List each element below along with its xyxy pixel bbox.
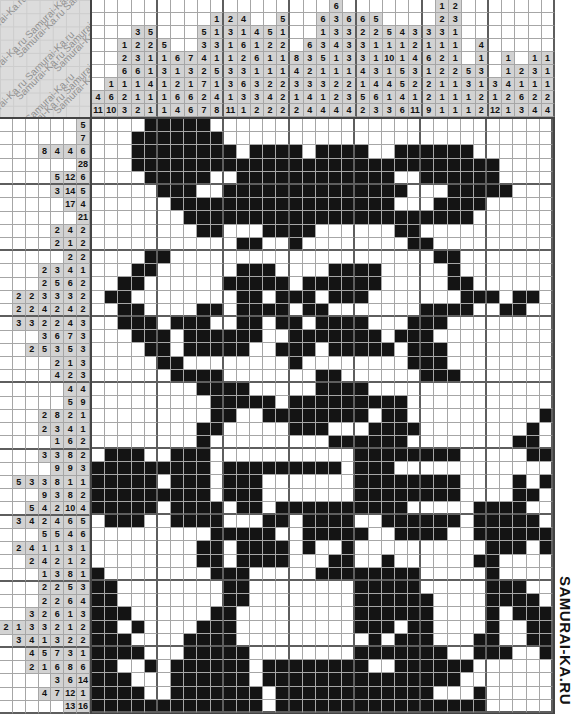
grid-cell-empty[interactable]	[145, 541, 158, 554]
grid-cell-empty[interactable]	[263, 238, 276, 251]
grid-cell-empty[interactable]	[92, 409, 105, 422]
grid-cell-empty[interactable]	[250, 132, 263, 145]
grid-cell-filled[interactable]	[395, 673, 408, 686]
grid-cell-filled[interactable]	[158, 172, 171, 185]
grid-cell-filled[interactable]	[382, 673, 395, 686]
grid-cell-empty[interactable]	[500, 607, 513, 620]
grid-cell-filled[interactable]	[395, 687, 408, 700]
grid-cell-filled[interactable]	[197, 145, 210, 158]
grid-cell-filled[interactable]	[382, 159, 395, 172]
grid-cell-filled[interactable]	[355, 449, 368, 462]
grid-cell-empty[interactable]	[421, 423, 434, 436]
grid-cell-empty[interactable]	[145, 581, 158, 594]
grid-cell-filled[interactable]	[184, 172, 197, 185]
grid-cell-empty[interactable]	[303, 238, 316, 251]
grid-cell-filled[interactable]	[211, 370, 224, 383]
grid-cell-filled[interactable]	[342, 145, 355, 158]
grid-cell-filled[interactable]	[513, 489, 526, 502]
grid-cell-filled[interactable]	[316, 502, 329, 515]
grid-cell-empty[interactable]	[408, 172, 421, 185]
grid-cell-filled[interactable]	[382, 568, 395, 581]
grid-cell-empty[interactable]	[474, 541, 487, 554]
grid-cell-empty[interactable]	[224, 264, 237, 277]
grid-cell-empty[interactable]	[342, 621, 355, 634]
grid-cell-filled[interactable]	[448, 264, 461, 277]
grid-cell-filled[interactable]	[237, 673, 250, 686]
grid-cell-empty[interactable]	[540, 291, 553, 304]
grid-cell-filled[interactable]	[211, 555, 224, 568]
grid-cell-filled[interactable]	[434, 317, 447, 330]
grid-cell-empty[interactable]	[303, 647, 316, 660]
grid-cell-empty[interactable]	[369, 555, 382, 568]
grid-cell-empty[interactable]	[105, 343, 118, 356]
grid-cell-empty[interactable]	[329, 119, 342, 132]
grid-cell-empty[interactable]	[487, 449, 500, 462]
grid-cell-filled[interactable]	[448, 449, 461, 462]
grid-cell-filled[interactable]	[434, 647, 447, 660]
grid-cell-filled[interactable]	[197, 436, 210, 449]
grid-cell-empty[interactable]	[250, 409, 263, 422]
grid-cell-filled[interactable]	[329, 159, 342, 172]
grid-cell-filled[interactable]	[237, 462, 250, 475]
grid-cell-empty[interactable]	[527, 370, 540, 383]
grid-cell-empty[interactable]	[158, 304, 171, 317]
grid-cell-empty[interactable]	[105, 436, 118, 449]
grid-cell-empty[interactable]	[92, 541, 105, 554]
grid-cell-empty[interactable]	[329, 594, 342, 607]
grid-cell-filled[interactable]	[540, 621, 553, 634]
grid-cell-filled[interactable]	[448, 660, 461, 673]
grid-cell-empty[interactable]	[92, 423, 105, 436]
grid-cell-filled[interactable]	[171, 700, 184, 713]
grid-cell-filled[interactable]	[474, 528, 487, 541]
grid-cell-filled[interactable]	[263, 515, 276, 528]
grid-cell-filled[interactable]	[276, 211, 289, 224]
grid-cell-filled[interactable]	[421, 343, 434, 356]
grid-cell-empty[interactable]	[276, 357, 289, 370]
grid-cell-empty[interactable]	[513, 687, 526, 700]
grid-cell-empty[interactable]	[527, 159, 540, 172]
grid-cell-filled[interactable]	[237, 687, 250, 700]
grid-cell-filled[interactable]	[224, 198, 237, 211]
grid-cell-empty[interactable]	[158, 277, 171, 290]
grid-cell-filled[interactable]	[395, 185, 408, 198]
grid-cell-empty[interactable]	[500, 673, 513, 686]
grid-cell-empty[interactable]	[527, 687, 540, 700]
grid-cell-empty[interactable]	[263, 502, 276, 515]
grid-cell-filled[interactable]	[395, 581, 408, 594]
grid-cell-filled[interactable]	[342, 264, 355, 277]
grid-cell-filled[interactable]	[184, 673, 197, 686]
grid-cell-filled[interactable]	[316, 304, 329, 317]
grid-cell-empty[interactable]	[250, 621, 263, 634]
grid-cell-filled[interactable]	[211, 396, 224, 409]
grid-cell-filled[interactable]	[303, 541, 316, 554]
grid-cell-filled[interactable]	[237, 198, 250, 211]
grid-cell-empty[interactable]	[527, 541, 540, 554]
grid-cell-filled[interactable]	[369, 423, 382, 436]
grid-cell-filled[interactable]	[92, 700, 105, 713]
grid-cell-empty[interactable]	[145, 238, 158, 251]
grid-cell-filled[interactable]	[250, 700, 263, 713]
grid-cell-empty[interactable]	[421, 502, 434, 515]
grid-cell-filled[interactable]	[448, 198, 461, 211]
grid-cell-empty[interactable]	[487, 343, 500, 356]
grid-cell-empty[interactable]	[461, 119, 474, 132]
grid-cell-empty[interactable]	[92, 555, 105, 568]
grid-cell-empty[interactable]	[132, 225, 145, 238]
grid-cell-empty[interactable]	[184, 304, 197, 317]
grid-cell-empty[interactable]	[276, 449, 289, 462]
grid-cell-empty[interactable]	[171, 343, 184, 356]
grid-cell-empty[interactable]	[540, 145, 553, 158]
grid-cell-filled[interactable]	[92, 621, 105, 634]
grid-cell-empty[interactable]	[421, 541, 434, 554]
grid-cell-filled[interactable]	[303, 423, 316, 436]
grid-cell-empty[interactable]	[184, 251, 197, 264]
grid-cell-filled[interactable]	[408, 594, 421, 607]
grid-cell-filled[interactable]	[342, 541, 355, 554]
grid-cell-empty[interactable]	[237, 515, 250, 528]
grid-cell-empty[interactable]	[132, 581, 145, 594]
grid-cell-empty[interactable]	[145, 687, 158, 700]
grid-cell-empty[interactable]	[474, 330, 487, 343]
grid-cell-empty[interactable]	[448, 317, 461, 330]
grid-cell-empty[interactable]	[158, 555, 171, 568]
grid-cell-empty[interactable]	[448, 409, 461, 422]
grid-cell-empty[interactable]	[342, 581, 355, 594]
grid-cell-filled[interactable]	[224, 594, 237, 607]
grid-cell-filled[interactable]	[408, 475, 421, 488]
grid-cell-filled[interactable]	[171, 172, 184, 185]
grid-cell-filled[interactable]	[448, 515, 461, 528]
grid-cell-filled[interactable]	[171, 660, 184, 673]
grid-cell-empty[interactable]	[355, 251, 368, 264]
grid-cell-empty[interactable]	[527, 238, 540, 251]
grid-cell-empty[interactable]	[448, 396, 461, 409]
grid-cell-filled[interactable]	[237, 277, 250, 290]
grid-cell-empty[interactable]	[500, 634, 513, 647]
grid-cell-empty[interactable]	[171, 555, 184, 568]
grid-cell-empty[interactable]	[211, 119, 224, 132]
grid-cell-empty[interactable]	[224, 541, 237, 554]
grid-cell-empty[interactable]	[276, 396, 289, 409]
grid-cell-filled[interactable]	[290, 172, 303, 185]
grid-cell-filled[interactable]	[250, 264, 263, 277]
grid-cell-empty[interactable]	[158, 396, 171, 409]
grid-cell-filled[interactable]	[408, 621, 421, 634]
grid-cell-filled[interactable]	[382, 396, 395, 409]
grid-cell-empty[interactable]	[132, 343, 145, 356]
grid-cell-filled[interactable]	[513, 607, 526, 620]
grid-cell-empty[interactable]	[513, 462, 526, 475]
grid-cell-empty[interactable]	[408, 119, 421, 132]
grid-cell-filled[interactable]	[421, 621, 434, 634]
grid-cell-empty[interactable]	[145, 647, 158, 660]
grid-cell-filled[interactable]	[421, 370, 434, 383]
grid-cell-filled[interactable]	[224, 409, 237, 422]
grid-cell-filled[interactable]	[513, 594, 526, 607]
grid-cell-empty[interactable]	[342, 119, 355, 132]
grid-cell-empty[interactable]	[540, 264, 553, 277]
grid-cell-filled[interactable]	[369, 211, 382, 224]
grid-cell-filled[interactable]	[461, 291, 474, 304]
grid-cell-filled[interactable]	[132, 277, 145, 290]
grid-cell-empty[interactable]	[500, 159, 513, 172]
grid-cell-filled[interactable]	[342, 396, 355, 409]
grid-cell-empty[interactable]	[184, 291, 197, 304]
grid-cell-empty[interactable]	[171, 568, 184, 581]
grid-cell-filled[interactable]	[303, 225, 316, 238]
grid-cell-empty[interactable]	[237, 436, 250, 449]
grid-cell-empty[interactable]	[513, 330, 526, 343]
grid-cell-empty[interactable]	[303, 555, 316, 568]
grid-cell-empty[interactable]	[290, 449, 303, 462]
grid-cell-empty[interactable]	[527, 409, 540, 422]
grid-cell-empty[interactable]	[197, 277, 210, 290]
grid-cell-filled[interactable]	[355, 581, 368, 594]
grid-cell-empty[interactable]	[316, 449, 329, 462]
grid-cell-empty[interactable]	[118, 660, 131, 673]
grid-cell-empty[interactable]	[132, 568, 145, 581]
grid-cell-filled[interactable]	[369, 568, 382, 581]
grid-cell-empty[interactable]	[527, 225, 540, 238]
grid-cell-empty[interactable]	[250, 449, 263, 462]
grid-cell-filled[interactable]	[197, 700, 210, 713]
grid-cell-filled[interactable]	[290, 211, 303, 224]
grid-cell-filled[interactable]	[487, 621, 500, 634]
grid-cell-empty[interactable]	[500, 330, 513, 343]
grid-cell-empty[interactable]	[132, 291, 145, 304]
grid-cell-empty[interactable]	[408, 291, 421, 304]
grid-cell-empty[interactable]	[197, 251, 210, 264]
grid-cell-empty[interactable]	[263, 383, 276, 396]
grid-cell-filled[interactable]	[303, 528, 316, 541]
grid-cell-empty[interactable]	[461, 343, 474, 356]
grid-cell-empty[interactable]	[316, 475, 329, 488]
grid-cell-empty[interactable]	[211, 449, 224, 462]
grid-cell-empty[interactable]	[184, 568, 197, 581]
grid-cell-empty[interactable]	[118, 211, 131, 224]
grid-cell-empty[interactable]	[184, 607, 197, 620]
grid-cell-filled[interactable]	[118, 647, 131, 660]
grid-cell-filled[interactable]	[92, 594, 105, 607]
grid-cell-filled[interactable]	[132, 700, 145, 713]
grid-cell-empty[interactable]	[382, 634, 395, 647]
grid-cell-empty[interactable]	[461, 673, 474, 686]
grid-cell-empty[interactable]	[434, 185, 447, 198]
grid-cell-empty[interactable]	[474, 264, 487, 277]
grid-cell-empty[interactable]	[461, 594, 474, 607]
grid-cell-empty[interactable]	[303, 317, 316, 330]
grid-cell-empty[interactable]	[500, 211, 513, 224]
grid-cell-empty[interactable]	[92, 370, 105, 383]
grid-cell-filled[interactable]	[105, 449, 118, 462]
grid-cell-empty[interactable]	[461, 330, 474, 343]
grid-cell-filled[interactable]	[342, 383, 355, 396]
grid-cell-empty[interactable]	[329, 423, 342, 436]
grid-cell-filled[interactable]	[369, 343, 382, 356]
grid-cell-filled[interactable]	[303, 211, 316, 224]
grid-cell-empty[interactable]	[184, 423, 197, 436]
grid-cell-filled[interactable]	[448, 185, 461, 198]
grid-cell-empty[interactable]	[224, 449, 237, 462]
grid-cell-filled[interactable]	[263, 304, 276, 317]
grid-cell-empty[interactable]	[527, 119, 540, 132]
grid-cell-filled[interactable]	[329, 317, 342, 330]
grid-cell-empty[interactable]	[500, 621, 513, 634]
grid-cell-filled[interactable]	[263, 172, 276, 185]
grid-cell-empty[interactable]	[461, 634, 474, 647]
grid-cell-filled[interactable]	[145, 502, 158, 515]
grid-cell-empty[interactable]	[369, 238, 382, 251]
grid-cell-empty[interactable]	[487, 211, 500, 224]
grid-cell-filled[interactable]	[250, 185, 263, 198]
grid-cell-empty[interactable]	[211, 436, 224, 449]
grid-cell-empty[interactable]	[105, 396, 118, 409]
grid-cell-empty[interactable]	[118, 423, 131, 436]
grid-cell-empty[interactable]	[145, 621, 158, 634]
grid-cell-empty[interactable]	[382, 528, 395, 541]
grid-cell-filled[interactable]	[211, 673, 224, 686]
grid-cell-empty[interactable]	[474, 594, 487, 607]
grid-cell-filled[interactable]	[540, 607, 553, 620]
grid-cell-empty[interactable]	[263, 475, 276, 488]
grid-cell-empty[interactable]	[487, 370, 500, 383]
grid-cell-filled[interactable]	[211, 304, 224, 317]
grid-cell-empty[interactable]	[421, 132, 434, 145]
grid-cell-filled[interactable]	[448, 251, 461, 264]
grid-cell-filled[interactable]	[342, 528, 355, 541]
grid-cell-empty[interactable]	[487, 264, 500, 277]
grid-cell-empty[interactable]	[461, 475, 474, 488]
grid-cell-filled[interactable]	[461, 211, 474, 224]
grid-cell-filled[interactable]	[250, 198, 263, 211]
grid-cell-empty[interactable]	[184, 555, 197, 568]
grid-cell-empty[interactable]	[276, 634, 289, 647]
grid-cell-empty[interactable]	[527, 673, 540, 686]
grid-cell-empty[interactable]	[434, 330, 447, 343]
grid-cell-filled[interactable]	[132, 647, 145, 660]
grid-cell-empty[interactable]	[474, 607, 487, 620]
grid-cell-empty[interactable]	[171, 277, 184, 290]
grid-cell-filled[interactable]	[290, 423, 303, 436]
grid-cell-filled[interactable]	[487, 515, 500, 528]
grid-cell-empty[interactable]	[171, 621, 184, 634]
grid-cell-empty[interactable]	[158, 370, 171, 383]
grid-cell-empty[interactable]	[461, 357, 474, 370]
grid-cell-empty[interactable]	[145, 515, 158, 528]
grid-cell-filled[interactable]	[237, 541, 250, 554]
grid-cell-filled[interactable]	[527, 515, 540, 528]
grid-cell-filled[interactable]	[92, 660, 105, 673]
grid-cell-empty[interactable]	[250, 251, 263, 264]
grid-cell-empty[interactable]	[263, 634, 276, 647]
grid-cell-filled[interactable]	[290, 185, 303, 198]
grid-cell-empty[interactable]	[171, 409, 184, 422]
grid-cell-empty[interactable]	[118, 357, 131, 370]
grid-cell-filled[interactable]	[342, 700, 355, 713]
grid-cell-empty[interactable]	[540, 370, 553, 383]
grid-cell-filled[interactable]	[316, 370, 329, 383]
grid-cell-filled[interactable]	[329, 383, 342, 396]
grid-cell-filled[interactable]	[329, 370, 342, 383]
grid-cell-empty[interactable]	[461, 423, 474, 436]
grid-cell-empty[interactable]	[303, 251, 316, 264]
grid-cell-empty[interactable]	[290, 634, 303, 647]
grid-cell-empty[interactable]	[145, 528, 158, 541]
grid-cell-empty[interactable]	[276, 581, 289, 594]
grid-cell-empty[interactable]	[527, 211, 540, 224]
grid-cell-filled[interactable]	[158, 132, 171, 145]
grid-cell-empty[interactable]	[421, 185, 434, 198]
grid-cell-filled[interactable]	[171, 317, 184, 330]
grid-cell-empty[interactable]	[158, 211, 171, 224]
grid-cell-filled[interactable]	[237, 502, 250, 515]
grid-cell-filled[interactable]	[369, 647, 382, 660]
grid-cell-filled[interactable]	[474, 198, 487, 211]
grid-cell-filled[interactable]	[421, 515, 434, 528]
grid-cell-filled[interactable]	[487, 528, 500, 541]
grid-cell-empty[interactable]	[369, 304, 382, 317]
grid-cell-empty[interactable]	[500, 198, 513, 211]
grid-cell-filled[interactable]	[408, 568, 421, 581]
grid-cell-empty[interactable]	[540, 436, 553, 449]
grid-cell-filled[interactable]	[395, 489, 408, 502]
grid-cell-empty[interactable]	[237, 225, 250, 238]
grid-cell-empty[interactable]	[118, 568, 131, 581]
grid-cell-filled[interactable]	[250, 489, 263, 502]
grid-cell-empty[interactable]	[145, 568, 158, 581]
grid-cell-empty[interactable]	[276, 489, 289, 502]
grid-cell-empty[interactable]	[342, 462, 355, 475]
grid-cell-empty[interactable]	[158, 621, 171, 634]
grid-cell-empty[interactable]	[527, 304, 540, 317]
grid-cell-empty[interactable]	[290, 621, 303, 634]
grid-cell-empty[interactable]	[276, 607, 289, 620]
grid-cell-filled[interactable]	[263, 555, 276, 568]
grid-cell-empty[interactable]	[448, 568, 461, 581]
grid-cell-filled[interactable]	[355, 502, 368, 515]
grid-cell-filled[interactable]	[434, 172, 447, 185]
grid-cell-filled[interactable]	[513, 304, 526, 317]
grid-cell-empty[interactable]	[382, 317, 395, 330]
grid-cell-filled[interactable]	[474, 515, 487, 528]
grid-cell-empty[interactable]	[211, 277, 224, 290]
grid-cell-empty[interactable]	[408, 502, 421, 515]
grid-cell-empty[interactable]	[461, 132, 474, 145]
grid-cell-filled[interactable]	[395, 634, 408, 647]
grid-cell-filled[interactable]	[408, 225, 421, 238]
grid-cell-filled[interactable]	[263, 396, 276, 409]
grid-cell-empty[interactable]	[105, 277, 118, 290]
grid-cell-empty[interactable]	[329, 607, 342, 620]
grid-cell-empty[interactable]	[540, 119, 553, 132]
grid-cell-empty[interactable]	[434, 607, 447, 620]
grid-cell-empty[interactable]	[132, 634, 145, 647]
grid-cell-filled[interactable]	[395, 159, 408, 172]
grid-cell-filled[interactable]	[355, 172, 368, 185]
grid-cell-empty[interactable]	[237, 119, 250, 132]
grid-cell-empty[interactable]	[540, 568, 553, 581]
grid-cell-filled[interactable]	[145, 251, 158, 264]
grid-cell-filled[interactable]	[448, 159, 461, 172]
grid-cell-empty[interactable]	[461, 647, 474, 660]
grid-cell-empty[interactable]	[197, 291, 210, 304]
grid-cell-filled[interactable]	[92, 568, 105, 581]
grid-cell-empty[interactable]	[513, 634, 526, 647]
grid-cell-empty[interactable]	[487, 462, 500, 475]
